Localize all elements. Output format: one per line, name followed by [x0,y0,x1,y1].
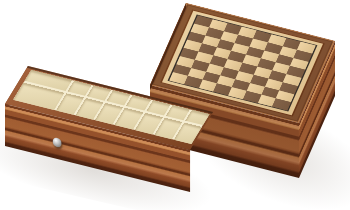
product-photo-chess-case [0,0,350,210]
drawer-knob [53,137,62,148]
